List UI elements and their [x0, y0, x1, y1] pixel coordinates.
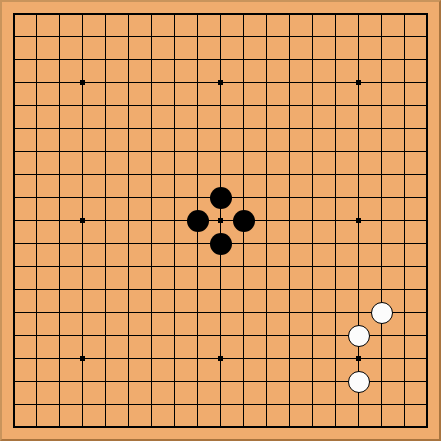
- board-intersection[interactable]: [48, 163, 71, 186]
- board-intersection[interactable]: [48, 94, 71, 117]
- board-intersection[interactable]: [278, 370, 301, 393]
- board-intersection[interactable]: [301, 370, 324, 393]
- board-intersection[interactable]: [163, 370, 186, 393]
- board-intersection[interactable]: [186, 209, 209, 232]
- board-intersection[interactable]: [2, 94, 25, 117]
- board-intersection[interactable]: [140, 117, 163, 140]
- board-intersection[interactable]: [393, 2, 416, 25]
- board-intersection[interactable]: [301, 416, 324, 439]
- board-intersection[interactable]: [48, 347, 71, 370]
- board-intersection[interactable]: [25, 2, 48, 25]
- board-intersection[interactable]: [140, 94, 163, 117]
- board-intersection[interactable]: [2, 2, 25, 25]
- board-intersection[interactable]: [94, 278, 117, 301]
- board-intersection[interactable]: [140, 2, 163, 25]
- board-intersection[interactable]: [117, 278, 140, 301]
- board-intersection[interactable]: [255, 324, 278, 347]
- board-intersection[interactable]: [416, 255, 439, 278]
- board-intersection[interactable]: [48, 117, 71, 140]
- board-intersection[interactable]: [324, 255, 347, 278]
- board-intersection[interactable]: [255, 117, 278, 140]
- board-intersection[interactable]: [416, 163, 439, 186]
- board-intersection[interactable]: [25, 140, 48, 163]
- board-intersection[interactable]: [393, 117, 416, 140]
- board-intersection[interactable]: [209, 393, 232, 416]
- board-intersection[interactable]: [393, 186, 416, 209]
- board-intersection[interactable]: [255, 94, 278, 117]
- board-intersection[interactable]: [278, 117, 301, 140]
- board-intersection[interactable]: [209, 324, 232, 347]
- board-intersection[interactable]: [48, 232, 71, 255]
- board-intersection[interactable]: [117, 393, 140, 416]
- board-intersection[interactable]: [347, 163, 370, 186]
- board-intersection[interactable]: [94, 209, 117, 232]
- board-intersection[interactable]: [186, 117, 209, 140]
- board-intersection[interactable]: [416, 278, 439, 301]
- board-intersection[interactable]: [393, 416, 416, 439]
- board-intersection[interactable]: [347, 370, 370, 393]
- board-intersection[interactable]: [25, 117, 48, 140]
- board-intersection[interactable]: [347, 324, 370, 347]
- board-intersection[interactable]: [278, 186, 301, 209]
- board-intersection[interactable]: [140, 324, 163, 347]
- board-intersection[interactable]: [2, 301, 25, 324]
- board-intersection[interactable]: [393, 163, 416, 186]
- board-intersection[interactable]: [347, 94, 370, 117]
- board-intersection[interactable]: [71, 186, 94, 209]
- board-intersection[interactable]: [186, 186, 209, 209]
- board-intersection[interactable]: [278, 25, 301, 48]
- board-intersection[interactable]: [209, 2, 232, 25]
- board-intersection[interactable]: [209, 301, 232, 324]
- board-intersection[interactable]: [393, 370, 416, 393]
- board-intersection[interactable]: [301, 2, 324, 25]
- board-intersection[interactable]: [25, 255, 48, 278]
- board-intersection[interactable]: [186, 255, 209, 278]
- board-intersection[interactable]: [232, 2, 255, 25]
- board-intersection[interactable]: [117, 48, 140, 71]
- board-intersection[interactable]: [370, 2, 393, 25]
- board-intersection[interactable]: [48, 209, 71, 232]
- board-intersection[interactable]: [2, 140, 25, 163]
- board-intersection[interactable]: [94, 255, 117, 278]
- board-intersection[interactable]: [370, 71, 393, 94]
- board-intersection[interactable]: [71, 48, 94, 71]
- board-intersection[interactable]: [2, 232, 25, 255]
- board-intersection[interactable]: [163, 232, 186, 255]
- board-intersection[interactable]: [186, 324, 209, 347]
- board-intersection[interactable]: [255, 140, 278, 163]
- board-intersection[interactable]: [209, 71, 232, 94]
- board-intersection[interactable]: [255, 301, 278, 324]
- board-intersection[interactable]: [347, 186, 370, 209]
- board-intersection[interactable]: [416, 370, 439, 393]
- board-intersection[interactable]: [255, 209, 278, 232]
- board-intersection[interactable]: [301, 278, 324, 301]
- board-intersection[interactable]: [393, 25, 416, 48]
- board-intersection[interactable]: [117, 117, 140, 140]
- board-intersection[interactable]: [232, 163, 255, 186]
- board-intersection[interactable]: [278, 48, 301, 71]
- board-intersection[interactable]: [301, 301, 324, 324]
- board-intersection[interactable]: [324, 71, 347, 94]
- board-intersection[interactable]: [186, 25, 209, 48]
- board-intersection[interactable]: [324, 301, 347, 324]
- board-intersection[interactable]: [324, 278, 347, 301]
- board-intersection[interactable]: [255, 255, 278, 278]
- board-intersection[interactable]: [163, 117, 186, 140]
- board-intersection[interactable]: [25, 416, 48, 439]
- board-intersection[interactable]: [48, 71, 71, 94]
- board-intersection[interactable]: [71, 25, 94, 48]
- board-intersection[interactable]: [2, 209, 25, 232]
- board-intersection[interactable]: [25, 163, 48, 186]
- board-intersection[interactable]: [117, 232, 140, 255]
- board-intersection[interactable]: [2, 25, 25, 48]
- board-intersection[interactable]: [324, 209, 347, 232]
- board-intersection[interactable]: [232, 324, 255, 347]
- board-intersection[interactable]: [209, 416, 232, 439]
- board-intersection[interactable]: [140, 301, 163, 324]
- board-intersection[interactable]: [393, 48, 416, 71]
- board-intersection[interactable]: [416, 232, 439, 255]
- board-intersection[interactable]: [232, 140, 255, 163]
- board-intersection[interactable]: [209, 278, 232, 301]
- board-intersection[interactable]: [25, 278, 48, 301]
- board-intersection[interactable]: [25, 370, 48, 393]
- board-intersection[interactable]: [232, 71, 255, 94]
- board-intersection[interactable]: [71, 416, 94, 439]
- board-intersection[interactable]: [140, 416, 163, 439]
- board-intersection[interactable]: [370, 416, 393, 439]
- board-intersection[interactable]: [71, 301, 94, 324]
- board-intersection[interactable]: [25, 324, 48, 347]
- board-intersection[interactable]: [370, 117, 393, 140]
- board-intersection[interactable]: [347, 25, 370, 48]
- board-intersection[interactable]: [209, 117, 232, 140]
- board-intersection[interactable]: [94, 416, 117, 439]
- board-intersection[interactable]: [255, 370, 278, 393]
- board-intersection[interactable]: [94, 370, 117, 393]
- board-intersection[interactable]: [324, 232, 347, 255]
- board-intersection[interactable]: [232, 117, 255, 140]
- board-intersection[interactable]: [278, 2, 301, 25]
- board-intersection[interactable]: [117, 2, 140, 25]
- board-intersection[interactable]: [117, 186, 140, 209]
- board-intersection[interactable]: [94, 301, 117, 324]
- board-intersection[interactable]: [370, 301, 393, 324]
- board-intersection[interactable]: [255, 48, 278, 71]
- board-intersection[interactable]: [94, 71, 117, 94]
- board-intersection[interactable]: [25, 393, 48, 416]
- board-intersection[interactable]: [393, 347, 416, 370]
- board-intersection[interactable]: [163, 209, 186, 232]
- board-intersection[interactable]: [347, 232, 370, 255]
- board-intersection[interactable]: [2, 370, 25, 393]
- board-intersection[interactable]: [48, 324, 71, 347]
- board-intersection[interactable]: [2, 117, 25, 140]
- board-intersection[interactable]: [255, 416, 278, 439]
- board-intersection[interactable]: [71, 209, 94, 232]
- board-intersection[interactable]: [278, 209, 301, 232]
- board-intersection[interactable]: [370, 278, 393, 301]
- board-intersection[interactable]: [301, 209, 324, 232]
- board-intersection[interactable]: [94, 117, 117, 140]
- board-intersection[interactable]: [232, 416, 255, 439]
- board-intersection[interactable]: [232, 48, 255, 71]
- board-intersection[interactable]: [71, 117, 94, 140]
- board-intersection[interactable]: [140, 186, 163, 209]
- board-intersection[interactable]: [163, 163, 186, 186]
- board-intersection[interactable]: [71, 393, 94, 416]
- board-intersection[interactable]: [209, 209, 232, 232]
- board-intersection[interactable]: [255, 393, 278, 416]
- board-intersection[interactable]: [163, 71, 186, 94]
- board-intersection[interactable]: [71, 2, 94, 25]
- board-intersection[interactable]: [163, 393, 186, 416]
- board-intersection[interactable]: [393, 94, 416, 117]
- board-intersection[interactable]: [347, 140, 370, 163]
- board-intersection[interactable]: [163, 186, 186, 209]
- board-intersection[interactable]: [186, 301, 209, 324]
- board-intersection[interactable]: [71, 370, 94, 393]
- board-intersection[interactable]: [25, 186, 48, 209]
- board-intersection[interactable]: [347, 2, 370, 25]
- board-intersection[interactable]: [370, 370, 393, 393]
- board-intersection[interactable]: [347, 117, 370, 140]
- board-intersection[interactable]: [209, 186, 232, 209]
- board-intersection[interactable]: [301, 163, 324, 186]
- board-intersection[interactable]: [48, 25, 71, 48]
- board-intersection[interactable]: [416, 71, 439, 94]
- board-intersection[interactable]: [324, 140, 347, 163]
- board-intersection[interactable]: [186, 140, 209, 163]
- board-intersection[interactable]: [324, 94, 347, 117]
- board-intersection[interactable]: [370, 232, 393, 255]
- board-intersection[interactable]: [255, 163, 278, 186]
- board-intersection[interactable]: [209, 370, 232, 393]
- board-intersection[interactable]: [324, 48, 347, 71]
- board-intersection[interactable]: [416, 2, 439, 25]
- board-intersection[interactable]: [140, 347, 163, 370]
- board-intersection[interactable]: [347, 255, 370, 278]
- board-intersection[interactable]: [301, 48, 324, 71]
- board-intersection[interactable]: [393, 324, 416, 347]
- board-intersection[interactable]: [301, 117, 324, 140]
- board-intersection[interactable]: [117, 301, 140, 324]
- board-intersection[interactable]: [25, 347, 48, 370]
- board-intersection[interactable]: [347, 301, 370, 324]
- board-intersection[interactable]: [186, 48, 209, 71]
- board-intersection[interactable]: [140, 71, 163, 94]
- board-intersection[interactable]: [186, 347, 209, 370]
- board-intersection[interactable]: [140, 232, 163, 255]
- board-intersection[interactable]: [347, 393, 370, 416]
- board-intersection[interactable]: [48, 140, 71, 163]
- board-intersection[interactable]: [278, 324, 301, 347]
- board-intersection[interactable]: [393, 140, 416, 163]
- board-intersection[interactable]: [163, 278, 186, 301]
- board-intersection[interactable]: [324, 117, 347, 140]
- board-intersection[interactable]: [48, 393, 71, 416]
- board-intersection[interactable]: [232, 186, 255, 209]
- board-intersection[interactable]: [94, 324, 117, 347]
- board-intersection[interactable]: [278, 301, 301, 324]
- board-intersection[interactable]: [2, 324, 25, 347]
- board-intersection[interactable]: [255, 347, 278, 370]
- board-intersection[interactable]: [347, 347, 370, 370]
- board-intersection[interactable]: [25, 301, 48, 324]
- board-intersection[interactable]: [117, 140, 140, 163]
- board-intersection[interactable]: [416, 117, 439, 140]
- board-intersection[interactable]: [2, 48, 25, 71]
- board-intersection[interactable]: [94, 393, 117, 416]
- board-intersection[interactable]: [48, 278, 71, 301]
- board-intersection[interactable]: [232, 232, 255, 255]
- board-intersection[interactable]: [117, 94, 140, 117]
- board-intersection[interactable]: [370, 48, 393, 71]
- board-intersection[interactable]: [347, 416, 370, 439]
- board-intersection[interactable]: [140, 163, 163, 186]
- board-intersection[interactable]: [232, 370, 255, 393]
- board-intersection[interactable]: [232, 347, 255, 370]
- board-intersection[interactable]: [255, 71, 278, 94]
- board-intersection[interactable]: [324, 163, 347, 186]
- board-intersection[interactable]: [94, 163, 117, 186]
- board-intersection[interactable]: [186, 393, 209, 416]
- board-intersection[interactable]: [140, 25, 163, 48]
- board-intersection[interactable]: [416, 209, 439, 232]
- board-intersection[interactable]: [255, 25, 278, 48]
- board-intersection[interactable]: [255, 186, 278, 209]
- board-intersection[interactable]: [416, 347, 439, 370]
- board-intersection[interactable]: [416, 25, 439, 48]
- board-intersection[interactable]: [2, 278, 25, 301]
- board-intersection[interactable]: [71, 232, 94, 255]
- board-intersection[interactable]: [163, 25, 186, 48]
- board-intersection[interactable]: [301, 347, 324, 370]
- board-intersection[interactable]: [2, 186, 25, 209]
- board-intersection[interactable]: [278, 255, 301, 278]
- board-intersection[interactable]: [278, 393, 301, 416]
- board-intersection[interactable]: [370, 209, 393, 232]
- board-intersection[interactable]: [163, 48, 186, 71]
- board-intersection[interactable]: [163, 347, 186, 370]
- board-intersection[interactable]: [301, 186, 324, 209]
- board-intersection[interactable]: [209, 94, 232, 117]
- board-intersection[interactable]: [416, 48, 439, 71]
- board-intersection[interactable]: [186, 416, 209, 439]
- board-intersection[interactable]: [324, 370, 347, 393]
- board-intersection[interactable]: [393, 301, 416, 324]
- board-intersection[interactable]: [324, 2, 347, 25]
- board-intersection[interactable]: [347, 71, 370, 94]
- board-intersection[interactable]: [48, 301, 71, 324]
- board-intersection[interactable]: [324, 25, 347, 48]
- board-intersection[interactable]: [416, 94, 439, 117]
- board-intersection[interactable]: [94, 347, 117, 370]
- board-intersection[interactable]: [278, 416, 301, 439]
- board-intersection[interactable]: [370, 163, 393, 186]
- board-intersection[interactable]: [416, 324, 439, 347]
- board-intersection[interactable]: [140, 370, 163, 393]
- board-intersection[interactable]: [232, 25, 255, 48]
- board-intersection[interactable]: [48, 255, 71, 278]
- board-intersection[interactable]: [278, 347, 301, 370]
- board-intersection[interactable]: [209, 232, 232, 255]
- board-intersection[interactable]: [71, 163, 94, 186]
- board-intersection[interactable]: [301, 255, 324, 278]
- board-intersection[interactable]: [416, 140, 439, 163]
- board-intersection[interactable]: [94, 48, 117, 71]
- board-intersection[interactable]: [232, 94, 255, 117]
- board-intersection[interactable]: [370, 324, 393, 347]
- board-intersection[interactable]: [48, 416, 71, 439]
- board-intersection[interactable]: [232, 278, 255, 301]
- board-intersection[interactable]: [2, 255, 25, 278]
- board-intersection[interactable]: [370, 25, 393, 48]
- board-intersection[interactable]: [163, 2, 186, 25]
- board-intersection[interactable]: [186, 278, 209, 301]
- board-intersection[interactable]: [301, 393, 324, 416]
- board-intersection[interactable]: [209, 25, 232, 48]
- board-intersection[interactable]: [71, 94, 94, 117]
- board-intersection[interactable]: [301, 25, 324, 48]
- board-intersection[interactable]: [232, 209, 255, 232]
- board-intersection[interactable]: [25, 209, 48, 232]
- board-intersection[interactable]: [255, 232, 278, 255]
- board-intersection[interactable]: [140, 393, 163, 416]
- board-intersection[interactable]: [117, 209, 140, 232]
- board-intersection[interactable]: [232, 255, 255, 278]
- board-intersection[interactable]: [301, 94, 324, 117]
- board-intersection[interactable]: [71, 140, 94, 163]
- board-intersection[interactable]: [278, 232, 301, 255]
- board-intersection[interactable]: [186, 163, 209, 186]
- board-intersection[interactable]: [370, 186, 393, 209]
- board-intersection[interactable]: [324, 416, 347, 439]
- board-intersection[interactable]: [71, 324, 94, 347]
- board-intersection[interactable]: [163, 416, 186, 439]
- board-intersection[interactable]: [117, 324, 140, 347]
- board-intersection[interactable]: [324, 393, 347, 416]
- board-intersection[interactable]: [140, 209, 163, 232]
- board-intersection[interactable]: [301, 140, 324, 163]
- board-intersection[interactable]: [48, 2, 71, 25]
- board-intersection[interactable]: [94, 232, 117, 255]
- board-intersection[interactable]: [94, 2, 117, 25]
- board-intersection[interactable]: [255, 278, 278, 301]
- board-intersection[interactable]: [416, 186, 439, 209]
- board-intersection[interactable]: [186, 232, 209, 255]
- board-intersection[interactable]: [301, 232, 324, 255]
- board-intersection[interactable]: [163, 94, 186, 117]
- board-intersection[interactable]: [2, 163, 25, 186]
- board-intersection[interactable]: [209, 255, 232, 278]
- board-intersection[interactable]: [324, 324, 347, 347]
- board-intersection[interactable]: [25, 94, 48, 117]
- board-intersection[interactable]: [232, 301, 255, 324]
- board-intersection[interactable]: [393, 232, 416, 255]
- board-intersection[interactable]: [117, 163, 140, 186]
- board-intersection[interactable]: [71, 255, 94, 278]
- board-intersection[interactable]: [71, 278, 94, 301]
- board-intersection[interactable]: [71, 347, 94, 370]
- board-intersection[interactable]: [94, 25, 117, 48]
- board-intersection[interactable]: [2, 393, 25, 416]
- board-intersection[interactable]: [163, 140, 186, 163]
- board-intersection[interactable]: [94, 140, 117, 163]
